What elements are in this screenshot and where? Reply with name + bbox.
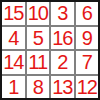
cell-r2c1: 4 xyxy=(2,27,25,50)
cell-r4c4: 12 xyxy=(76,76,99,99)
cell-r1c2: 10 xyxy=(27,2,50,25)
cell-r3c4: 7 xyxy=(76,51,99,74)
cell-r4c2: 8 xyxy=(27,76,50,99)
cell-r2c3: 16 xyxy=(51,27,74,50)
cell-r2c2: 5 xyxy=(27,27,50,50)
cell-r1c3: 3 xyxy=(51,2,74,25)
cell-r1c4: 6 xyxy=(76,2,99,25)
cell-r3c3: 2 xyxy=(51,51,74,74)
cell-r4c1: 1 xyxy=(2,76,25,99)
cell-r2c4: 9 xyxy=(76,27,99,50)
cell-r3c2: 11 xyxy=(27,51,50,74)
cell-r4c3: 13 xyxy=(51,76,74,99)
magic-square-board: 15 10 3 6 4 5 16 9 14 11 2 7 1 8 13 12 xyxy=(0,0,100,100)
cell-r3c1: 14 xyxy=(2,51,25,74)
cell-r1c1: 15 xyxy=(2,2,25,25)
